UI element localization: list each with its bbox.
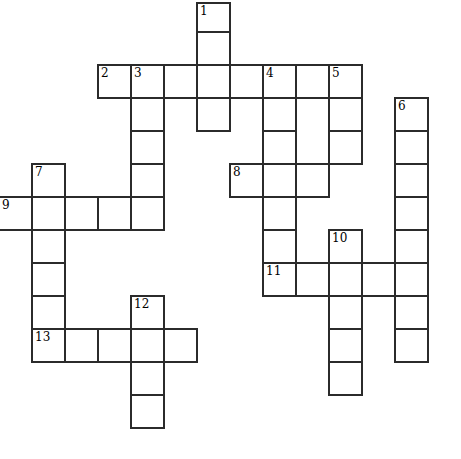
crossword-cell[interactable] bbox=[64, 196, 99, 231]
crossword-cell[interactable] bbox=[262, 163, 297, 198]
crossword-cell[interactable] bbox=[0, 196, 33, 231]
crossword-cell[interactable] bbox=[394, 196, 429, 231]
crossword-cell[interactable] bbox=[31, 262, 66, 297]
crossword-cell[interactable] bbox=[130, 328, 165, 363]
crossword-cell[interactable] bbox=[97, 328, 132, 363]
crossword-cell[interactable] bbox=[130, 394, 165, 429]
crossword-cell[interactable] bbox=[262, 64, 297, 99]
crossword-cell[interactable] bbox=[130, 163, 165, 198]
crossword-cell[interactable] bbox=[328, 361, 363, 396]
crossword-cell[interactable] bbox=[163, 64, 198, 99]
crossword-cell[interactable] bbox=[328, 229, 363, 264]
crossword-cell[interactable] bbox=[31, 295, 66, 330]
crossword-cell[interactable] bbox=[262, 196, 297, 231]
crossword-cell[interactable] bbox=[328, 262, 363, 297]
crossword-cell[interactable] bbox=[130, 130, 165, 165]
crossword-cell[interactable] bbox=[262, 130, 297, 165]
crossword-cell[interactable] bbox=[196, 31, 231, 66]
crossword-cell[interactable] bbox=[130, 295, 165, 330]
crossword-cell[interactable] bbox=[394, 130, 429, 165]
crossword-cell[interactable] bbox=[394, 262, 429, 297]
crossword-cell[interactable] bbox=[31, 196, 66, 231]
crossword-cell[interactable] bbox=[262, 97, 297, 132]
crossword-cell[interactable] bbox=[394, 163, 429, 198]
crossword-board: 12345678910111213 bbox=[0, 0, 461, 459]
crossword-cell[interactable] bbox=[295, 262, 330, 297]
crossword-cell[interactable] bbox=[328, 130, 363, 165]
crossword-cell[interactable] bbox=[130, 97, 165, 132]
crossword-cell[interactable] bbox=[97, 196, 132, 231]
crossword-cell[interactable] bbox=[328, 64, 363, 99]
crossword-cell[interactable] bbox=[394, 328, 429, 363]
crossword-cell[interactable] bbox=[196, 97, 231, 132]
crossword-cell[interactable] bbox=[229, 163, 264, 198]
crossword-cell[interactable] bbox=[295, 64, 330, 99]
crossword-cell[interactable] bbox=[196, 2, 231, 33]
crossword-cell[interactable] bbox=[130, 64, 165, 99]
crossword-cell[interactable] bbox=[163, 328, 198, 363]
crossword-cell[interactable] bbox=[31, 328, 66, 363]
crossword-cell[interactable] bbox=[196, 64, 231, 99]
crossword-cell[interactable] bbox=[130, 196, 165, 231]
crossword-cell[interactable] bbox=[394, 229, 429, 264]
crossword-cell[interactable] bbox=[262, 262, 297, 297]
crossword-cell[interactable] bbox=[130, 361, 165, 396]
crossword-cell[interactable] bbox=[262, 229, 297, 264]
crossword-cell[interactable] bbox=[229, 64, 264, 99]
crossword-cell[interactable] bbox=[328, 97, 363, 132]
crossword-cell[interactable] bbox=[31, 163, 66, 198]
crossword-cell[interactable] bbox=[328, 295, 363, 330]
crossword-cell[interactable] bbox=[97, 64, 132, 99]
crossword-screen: 12345678910111213 bbox=[0, 0, 461, 459]
crossword-cell[interactable] bbox=[394, 295, 429, 330]
crossword-cell[interactable] bbox=[361, 262, 396, 297]
crossword-cell[interactable] bbox=[295, 163, 330, 198]
crossword-cell[interactable] bbox=[31, 229, 66, 264]
crossword-cell[interactable] bbox=[394, 97, 429, 132]
crossword-cell[interactable] bbox=[328, 328, 363, 363]
crossword-cell[interactable] bbox=[64, 328, 99, 363]
